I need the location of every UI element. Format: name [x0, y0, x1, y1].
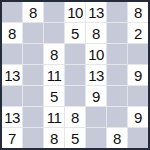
cell-r5c5-clue: 9	[86, 86, 106, 106]
cell-r4c7-clue: 9	[128, 65, 148, 85]
cell-r2c5-clue: 8	[86, 23, 106, 43]
cell-r3c4-shaded[interactable]	[65, 44, 85, 64]
cell-r7c3-clue: 8	[44, 128, 64, 148]
cell-r3c1-shaded[interactable]	[2, 44, 22, 64]
cell-r4c3-clue: 11	[44, 65, 64, 85]
cell-r7c2-shaded[interactable]	[23, 128, 43, 148]
cell-r4c1-clue: 13	[2, 65, 22, 85]
cell-r5c7-shaded[interactable]	[128, 86, 148, 106]
cell-r6c7-clue: 9	[128, 107, 148, 127]
cell-r7c4-clue: 5	[65, 128, 85, 148]
cell-r7c6-clue: 8	[107, 128, 127, 148]
cell-r2c3-shaded[interactable]	[44, 23, 64, 43]
cell-r6c4-clue: 8	[65, 107, 85, 127]
cell-r6c5-shaded[interactable]	[86, 107, 106, 127]
cell-r4c5-clue: 13	[86, 65, 106, 85]
cell-r5c4-shaded[interactable]	[65, 86, 85, 106]
cell-r2c6-shaded[interactable]	[107, 23, 127, 43]
cell-r7c1-clue: 7	[2, 128, 22, 148]
cell-r1c6-shaded[interactable]	[107, 2, 127, 22]
cell-r3c3-clue: 8	[44, 44, 64, 64]
cell-r2c1-clue: 8	[2, 23, 22, 43]
cell-r3c2-shaded[interactable]	[23, 44, 43, 64]
cell-r1c5-clue: 13	[86, 2, 106, 22]
cell-r1c1-shaded[interactable]	[2, 2, 22, 22]
cell-r7c5-shaded[interactable]	[86, 128, 106, 148]
cell-r5c3-clue: 5	[44, 86, 64, 106]
cell-r1c2-clue: 8	[23, 2, 43, 22]
cell-r6c2-shaded[interactable]	[23, 107, 43, 127]
cell-r1c7-clue: 8	[128, 2, 148, 22]
cell-r2c7-clue: 2	[128, 23, 148, 43]
cell-r3c6-shaded[interactable]	[107, 44, 127, 64]
cell-r7c7-shaded[interactable]	[128, 128, 148, 148]
cell-r3c5-clue: 10	[86, 44, 106, 64]
cell-r6c3-clue: 11	[44, 107, 64, 127]
cell-r1c3-shaded[interactable]	[44, 2, 64, 22]
cell-r6c6-shaded[interactable]	[107, 107, 127, 127]
cell-r3c7-shaded[interactable]	[128, 44, 148, 64]
cell-r5c1-shaded[interactable]	[2, 86, 22, 106]
cell-r5c6-shaded[interactable]	[107, 86, 127, 106]
cell-r5c2-shaded[interactable]	[23, 86, 43, 106]
puzzle-board: 81013885828101311139591311897858	[0, 0, 150, 150]
cell-r4c4-shaded[interactable]	[65, 65, 85, 85]
cell-r4c6-shaded[interactable]	[107, 65, 127, 85]
cell-r4c2-shaded[interactable]	[23, 65, 43, 85]
cell-r2c2-shaded[interactable]	[23, 23, 43, 43]
cell-r2c4-clue: 5	[65, 23, 85, 43]
cell-r6c1-clue: 13	[2, 107, 22, 127]
cell-r1c4-clue: 10	[65, 2, 85, 22]
